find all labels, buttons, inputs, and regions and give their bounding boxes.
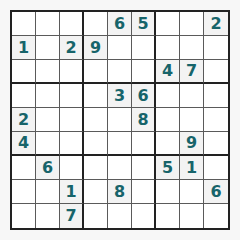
cell-r9c1[interactable] [12, 204, 36, 228]
sudoku-board: 652129473628496511867 [10, 10, 230, 230]
cell-r2c2[interactable] [36, 36, 60, 60]
cell-r7c5[interactable] [108, 156, 132, 180]
cell-r6c7[interactable] [156, 132, 180, 156]
cell-r8c5[interactable]: 8 [108, 180, 132, 204]
cell-r5c2[interactable] [36, 108, 60, 132]
cell-r4c9[interactable] [204, 84, 228, 108]
cell-r6c6[interactable] [132, 132, 156, 156]
cell-r3c6[interactable] [132, 60, 156, 84]
cell-r5c5[interactable] [108, 108, 132, 132]
cell-r2c6[interactable] [132, 36, 156, 60]
cell-r9c7[interactable] [156, 204, 180, 228]
cell-r6c2[interactable] [36, 132, 60, 156]
cell-r1c2[interactable] [36, 12, 60, 36]
cell-r2c4[interactable]: 9 [84, 36, 108, 60]
cell-r3c3[interactable] [60, 60, 84, 84]
cell-r1c3[interactable] [60, 12, 84, 36]
cell-r7c2[interactable]: 6 [36, 156, 60, 180]
cell-r9c2[interactable] [36, 204, 60, 228]
cell-r4c7[interactable] [156, 84, 180, 108]
cell-r5c1[interactable]: 2 [12, 108, 36, 132]
cell-r6c3[interactable] [60, 132, 84, 156]
cell-r2c3[interactable]: 2 [60, 36, 84, 60]
cell-r8c6[interactable] [132, 180, 156, 204]
cell-r8c1[interactable] [12, 180, 36, 204]
cell-r1c4[interactable] [84, 12, 108, 36]
cell-r4c4[interactable] [84, 84, 108, 108]
cell-r7c4[interactable] [84, 156, 108, 180]
cell-r1c6[interactable]: 5 [132, 12, 156, 36]
cell-r3c9[interactable] [204, 60, 228, 84]
cell-r1c9[interactable]: 2 [204, 12, 228, 36]
cell-r7c1[interactable] [12, 156, 36, 180]
cell-r7c7[interactable]: 5 [156, 156, 180, 180]
cell-r5c6[interactable]: 8 [132, 108, 156, 132]
cell-r1c8[interactable] [180, 12, 204, 36]
cell-r5c9[interactable] [204, 108, 228, 132]
cell-r4c3[interactable] [60, 84, 84, 108]
cell-r3c1[interactable] [12, 60, 36, 84]
cell-r3c5[interactable] [108, 60, 132, 84]
cell-r8c9[interactable]: 6 [204, 180, 228, 204]
cell-r8c2[interactable] [36, 180, 60, 204]
cell-r1c1[interactable] [12, 12, 36, 36]
cell-r3c4[interactable] [84, 60, 108, 84]
cell-r5c3[interactable] [60, 108, 84, 132]
cell-r9c4[interactable] [84, 204, 108, 228]
cell-r8c4[interactable] [84, 180, 108, 204]
cell-r9c9[interactable] [204, 204, 228, 228]
cell-r9c3[interactable]: 7 [60, 204, 84, 228]
cell-r4c1[interactable] [12, 84, 36, 108]
cell-r9c8[interactable] [180, 204, 204, 228]
cell-r3c7[interactable]: 4 [156, 60, 180, 84]
cell-r8c7[interactable] [156, 180, 180, 204]
cell-r5c7[interactable] [156, 108, 180, 132]
sudoku-grid: 652129473628496511867 [12, 12, 228, 228]
cell-r7c6[interactable] [132, 156, 156, 180]
cell-r6c5[interactable] [108, 132, 132, 156]
cell-r6c8[interactable]: 9 [180, 132, 204, 156]
cell-r1c5[interactable]: 6 [108, 12, 132, 36]
cell-r4c6[interactable]: 6 [132, 84, 156, 108]
cell-r5c4[interactable] [84, 108, 108, 132]
cell-r9c5[interactable] [108, 204, 132, 228]
cell-r3c8[interactable]: 7 [180, 60, 204, 84]
cell-r3c2[interactable] [36, 60, 60, 84]
cell-r1c7[interactable] [156, 12, 180, 36]
cell-r2c9[interactable] [204, 36, 228, 60]
cell-r6c9[interactable] [204, 132, 228, 156]
cell-r2c1[interactable]: 1 [12, 36, 36, 60]
cell-r6c4[interactable] [84, 132, 108, 156]
cell-r4c2[interactable] [36, 84, 60, 108]
cell-r4c5[interactable]: 3 [108, 84, 132, 108]
cell-r7c9[interactable] [204, 156, 228, 180]
cell-r7c3[interactable] [60, 156, 84, 180]
cell-r5c8[interactable] [180, 108, 204, 132]
cell-r9c6[interactable] [132, 204, 156, 228]
cell-r8c3[interactable]: 1 [60, 180, 84, 204]
cell-r4c8[interactable] [180, 84, 204, 108]
cell-r8c8[interactable] [180, 180, 204, 204]
cell-r2c5[interactable] [108, 36, 132, 60]
cell-r6c1[interactable]: 4 [12, 132, 36, 156]
cell-r2c8[interactable] [180, 36, 204, 60]
cell-r7c8[interactable]: 1 [180, 156, 204, 180]
cell-r2c7[interactable] [156, 36, 180, 60]
